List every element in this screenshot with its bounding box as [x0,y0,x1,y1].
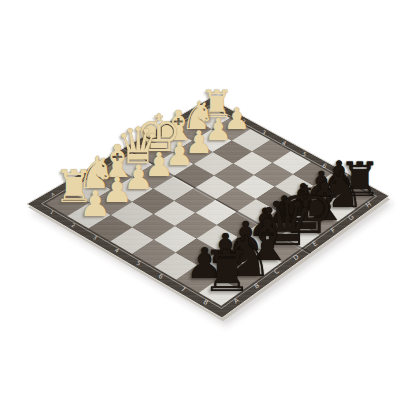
chess-set-photo: AA11BB22CC33DD44EE55FF66GG77HH88 ♜♞♝♛♚♝♞… [0,0,400,400]
chessboard: AA11BB22CC33DD44EE55FF66GG77HH88 [0,0,400,400]
wood-grain [27,98,389,318]
